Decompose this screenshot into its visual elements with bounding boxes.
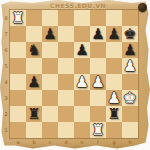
square-h7[interactable]: ♚ xyxy=(122,26,138,42)
square-e6[interactable]: ♟ xyxy=(74,42,90,58)
square-g2[interactable]: ♜ xyxy=(106,106,122,122)
square-h4[interactable] xyxy=(122,74,138,90)
square-a2[interactable] xyxy=(10,106,26,122)
black-pawn[interactable]: ♟ xyxy=(107,26,120,42)
file-label-f: f xyxy=(97,139,99,145)
square-c5[interactable] xyxy=(42,58,58,74)
square-b3[interactable] xyxy=(26,90,42,106)
file-label-d: d xyxy=(64,139,67,145)
black-king[interactable]: ♚ xyxy=(123,26,136,42)
square-f2[interactable] xyxy=(90,106,106,122)
square-c4[interactable] xyxy=(42,74,58,90)
white-rook[interactable]: ♜ xyxy=(11,10,24,26)
black-to-move-indicator xyxy=(138,3,147,12)
square-d5[interactable] xyxy=(58,58,74,74)
square-b5[interactable] xyxy=(26,58,42,74)
watermark-text: CHESS.EDU.VN xyxy=(50,2,106,9)
white-pawn[interactable]: ♟ xyxy=(107,90,120,106)
square-h3[interactable]: ♚ xyxy=(122,90,138,106)
square-f6[interactable] xyxy=(90,42,106,58)
file-label-e: e xyxy=(80,139,83,145)
square-b1[interactable] xyxy=(26,122,42,138)
square-c1[interactable] xyxy=(42,122,58,138)
square-d8[interactable] xyxy=(58,10,74,26)
white-pawn[interactable]: ♟ xyxy=(123,58,136,74)
square-f8[interactable] xyxy=(90,10,106,26)
square-g4[interactable] xyxy=(106,74,122,90)
file-label-c: c xyxy=(49,139,52,145)
square-f7[interactable]: ♟ xyxy=(90,26,106,42)
square-f4[interactable]: ♟ xyxy=(90,74,106,90)
square-h2[interactable] xyxy=(122,106,138,122)
square-e4[interactable]: ♟ xyxy=(74,74,90,90)
square-c8[interactable] xyxy=(42,10,58,26)
square-e8[interactable] xyxy=(74,10,90,26)
square-e5[interactable] xyxy=(74,58,90,74)
square-b7[interactable] xyxy=(26,26,42,42)
rank-label-2: 2 xyxy=(4,111,7,117)
white-pawn[interactable]: ♟ xyxy=(91,74,104,90)
square-g5[interactable] xyxy=(106,58,122,74)
square-c2[interactable] xyxy=(42,106,58,122)
square-g8[interactable] xyxy=(106,10,122,26)
square-d6[interactable] xyxy=(58,42,74,58)
square-e1[interactable] xyxy=(74,122,90,138)
square-d2[interactable] xyxy=(58,106,74,122)
square-d3[interactable] xyxy=(58,90,74,106)
square-c6[interactable] xyxy=(42,42,58,58)
rank-labels: 87654321 xyxy=(3,10,9,138)
rank-label-6: 6 xyxy=(4,47,7,53)
black-pawn[interactable]: ♟ xyxy=(91,26,104,42)
square-b4[interactable]: ♟ xyxy=(26,74,42,90)
square-b8[interactable] xyxy=(26,10,42,26)
square-d7[interactable] xyxy=(58,26,74,42)
square-b2[interactable]: ♜ xyxy=(26,106,42,122)
rank-label-8: 8 xyxy=(4,15,7,21)
square-b6[interactable]: ♞ xyxy=(26,42,42,58)
square-d4[interactable] xyxy=(58,74,74,90)
black-pawn[interactable]: ♟ xyxy=(43,26,56,42)
rank-label-1: 1 xyxy=(4,127,7,133)
square-g6[interactable] xyxy=(106,42,122,58)
square-a3[interactable] xyxy=(10,90,26,106)
rank-label-3: 3 xyxy=(4,95,7,101)
square-g7[interactable]: ♟ xyxy=(106,26,122,42)
file-label-a: a xyxy=(16,139,19,145)
white-king[interactable]: ♚ xyxy=(123,90,136,106)
square-f3[interactable] xyxy=(90,90,106,106)
square-a4[interactable] xyxy=(10,74,26,90)
black-pawn[interactable]: ♟ xyxy=(123,42,136,58)
file-label-h: h xyxy=(128,139,131,145)
square-a5[interactable] xyxy=(10,58,26,74)
black-rook[interactable]: ♜ xyxy=(107,106,120,122)
square-g1[interactable] xyxy=(106,122,122,138)
square-c7[interactable]: ♟ xyxy=(42,26,58,42)
black-rook[interactable]: ♜ xyxy=(27,106,40,122)
chess-board[interactable]: ♜♟♟♟♚♞♟♟♟♟♟♟♟♚♜♜♜ xyxy=(10,10,138,138)
square-c3[interactable] xyxy=(42,90,58,106)
square-h8[interactable] xyxy=(122,10,138,26)
black-pawn[interactable]: ♟ xyxy=(75,42,88,58)
file-label-b: b xyxy=(32,139,35,145)
square-e2[interactable] xyxy=(74,106,90,122)
file-label-g: g xyxy=(112,139,115,145)
square-h1[interactable] xyxy=(122,122,138,138)
square-a1[interactable] xyxy=(10,122,26,138)
white-pawn[interactable]: ♟ xyxy=(75,74,88,90)
rank-label-7: 7 xyxy=(4,31,7,37)
white-rook[interactable]: ♜ xyxy=(91,122,104,138)
black-pawn[interactable]: ♟ xyxy=(27,74,40,90)
rank-label-4: 4 xyxy=(4,79,7,85)
black-knight[interactable]: ♞ xyxy=(27,42,40,58)
square-a7[interactable] xyxy=(10,26,26,42)
square-g3[interactable]: ♟ xyxy=(106,90,122,106)
square-a6[interactable] xyxy=(10,42,26,58)
file-labels: abcdefgh xyxy=(10,139,138,147)
square-h6[interactable]: ♟ xyxy=(122,42,138,58)
square-d1[interactable] xyxy=(58,122,74,138)
square-e3[interactable] xyxy=(74,90,90,106)
rank-label-5: 5 xyxy=(4,63,7,69)
square-a8[interactable]: ♜ xyxy=(10,10,26,26)
square-h5[interactable]: ♟ xyxy=(122,58,138,74)
square-e7[interactable] xyxy=(74,26,90,42)
square-f1[interactable]: ♜ xyxy=(90,122,106,138)
square-f5[interactable] xyxy=(90,58,106,74)
